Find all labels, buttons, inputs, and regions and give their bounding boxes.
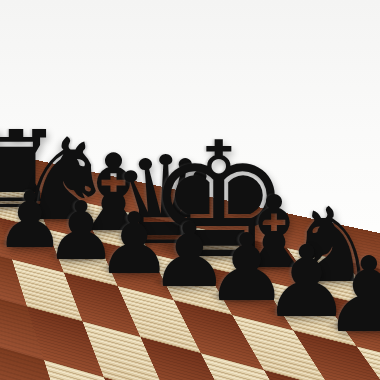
chess-photo: ♜♞♝♛♚♝♞♟♟♟♟♟♟♟ <box>0 0 380 380</box>
black-pawn-g7: ♟ <box>317 243 380 347</box>
